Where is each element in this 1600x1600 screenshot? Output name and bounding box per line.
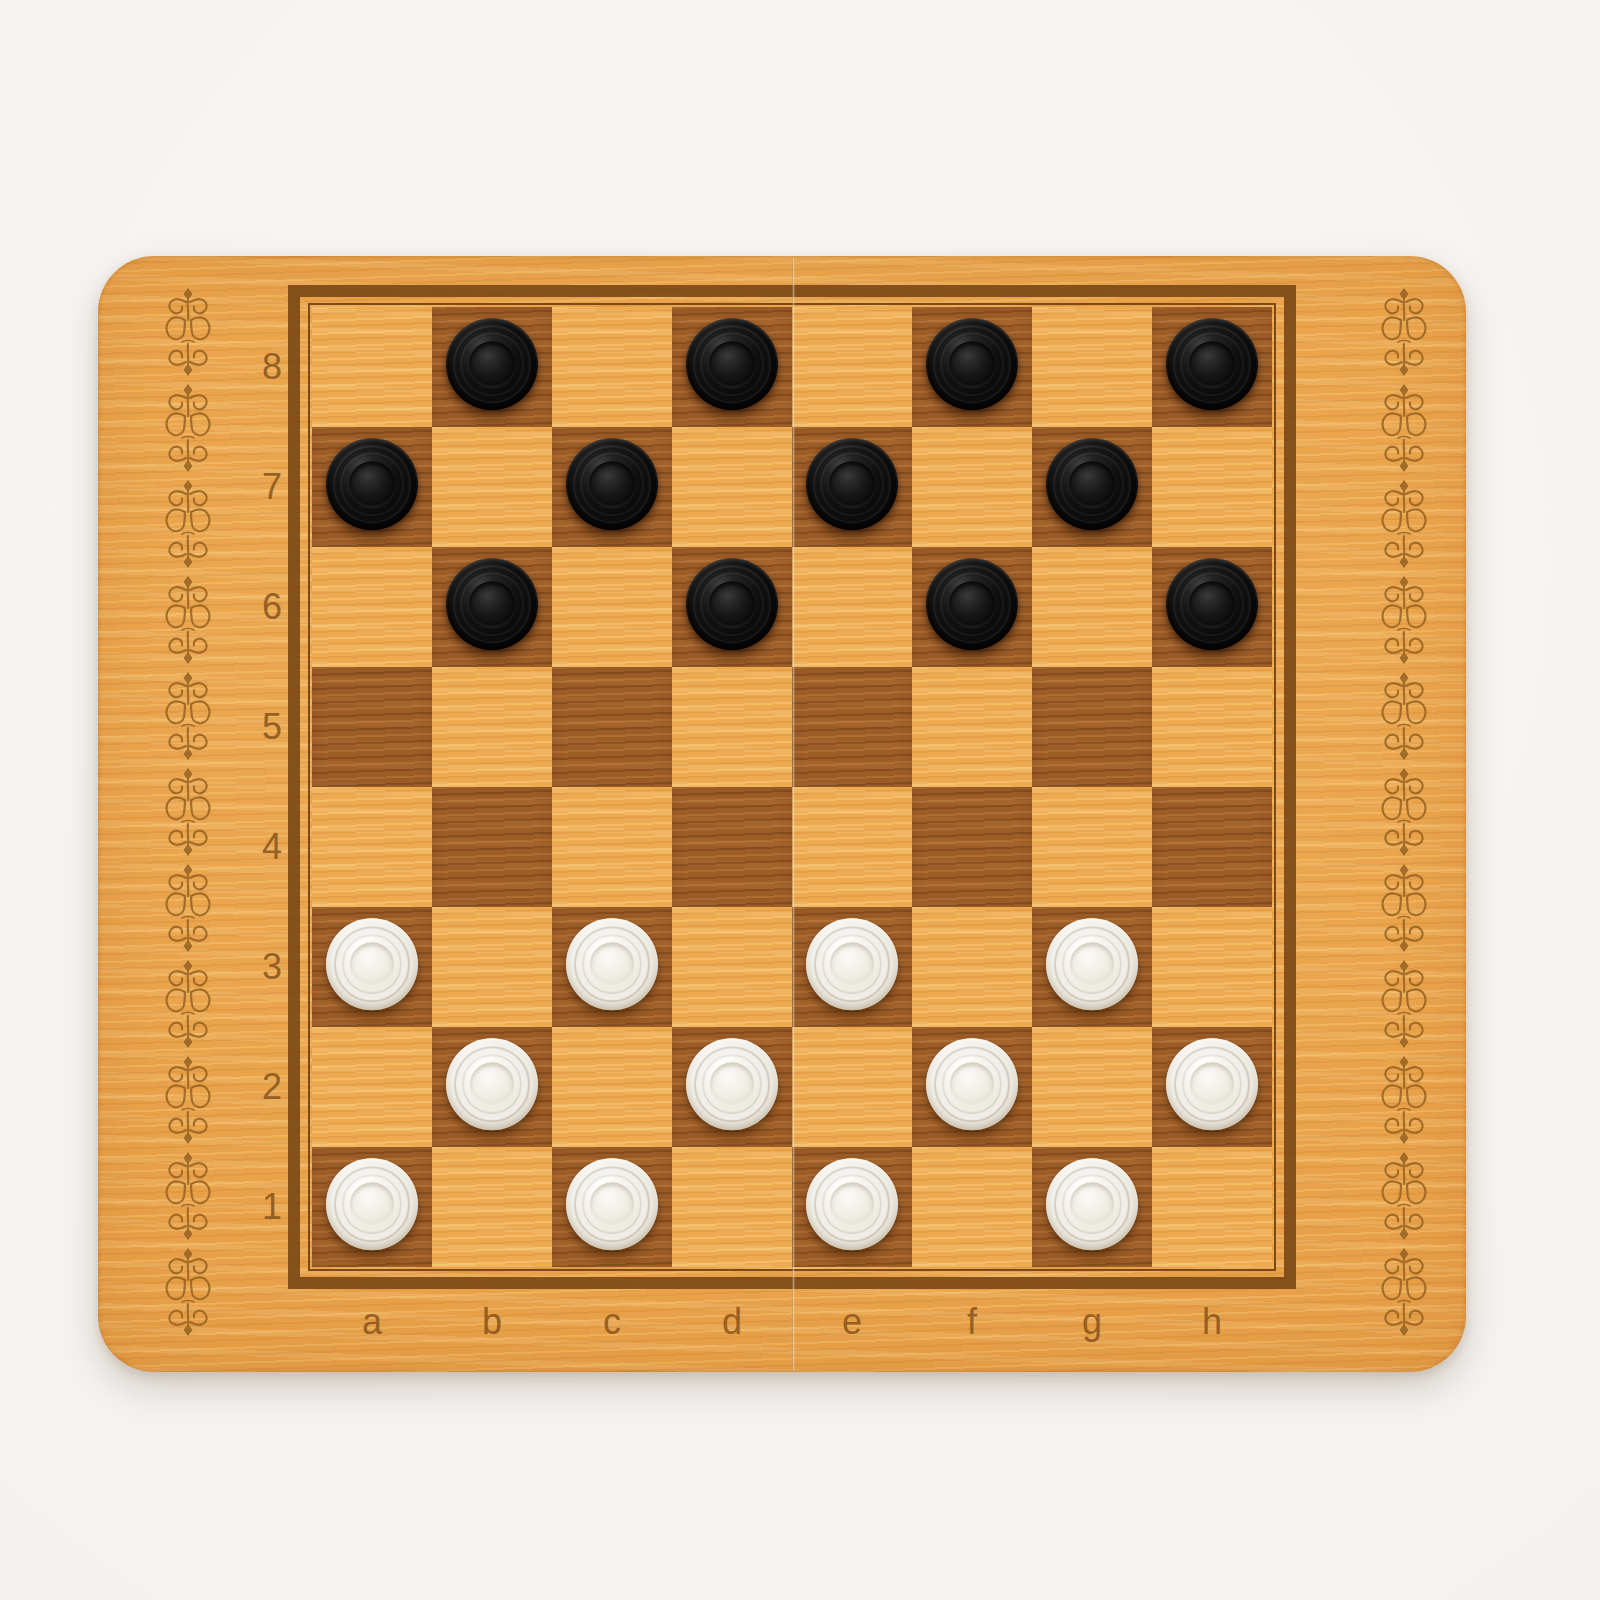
square-g3[interactable] [1032, 907, 1152, 1027]
square-b6[interactable] [432, 547, 552, 667]
file-label-h: h [1152, 1304, 1272, 1340]
square-e2[interactable] [792, 1027, 912, 1147]
square-g8[interactable] [1032, 307, 1152, 427]
piece-white-man[interactable] [326, 1158, 418, 1250]
square-g1[interactable] [1032, 1147, 1152, 1267]
square-h4[interactable] [1152, 787, 1272, 907]
square-f7[interactable] [912, 427, 1032, 547]
piece-white-man[interactable] [686, 1038, 778, 1130]
photo-backdrop: { "game": { "name": "Checkers (draughts)… [0, 0, 1600, 1600]
square-g6[interactable] [1032, 547, 1152, 667]
rank-label-2: 2 [244, 1069, 300, 1105]
piece-black-man[interactable] [926, 318, 1018, 410]
square-e3[interactable] [792, 907, 912, 1027]
square-a2[interactable] [312, 1027, 432, 1147]
rank-label-1: 1 [244, 1189, 300, 1225]
piece-white-man[interactable] [806, 918, 898, 1010]
piece-white-man[interactable] [446, 1038, 538, 1130]
rank-label-7: 7 [244, 469, 300, 505]
square-h3[interactable] [1152, 907, 1272, 1027]
piece-black-man[interactable] [1166, 318, 1258, 410]
square-g4[interactable] [1032, 787, 1152, 907]
square-b7[interactable] [432, 427, 552, 547]
square-b8[interactable] [432, 307, 552, 427]
square-d5[interactable] [672, 667, 792, 787]
file-label-b: b [432, 1304, 552, 1340]
piece-black-man[interactable] [566, 438, 658, 530]
square-a1[interactable] [312, 1147, 432, 1267]
file-label-g: g [1032, 1304, 1152, 1340]
square-h6[interactable] [1152, 547, 1272, 667]
checkers-board: 87654321 abcdefgh [98, 256, 1466, 1372]
square-c1[interactable] [552, 1147, 672, 1267]
square-c2[interactable] [552, 1027, 672, 1147]
square-c4[interactable] [552, 787, 672, 907]
rank-label-5: 5 [244, 709, 300, 745]
file-label-c: c [552, 1304, 672, 1340]
square-e7[interactable] [792, 427, 912, 547]
square-a5[interactable] [312, 667, 432, 787]
square-e1[interactable] [792, 1147, 912, 1267]
square-d8[interactable] [672, 307, 792, 427]
piece-black-man[interactable] [1046, 438, 1138, 530]
square-e8[interactable] [792, 307, 912, 427]
square-f1[interactable] [912, 1147, 1032, 1267]
piece-black-man[interactable] [926, 558, 1018, 650]
rank-label-3: 3 [244, 949, 300, 985]
square-h7[interactable] [1152, 427, 1272, 547]
square-b2[interactable] [432, 1027, 552, 1147]
square-f3[interactable] [912, 907, 1032, 1027]
square-c7[interactable] [552, 427, 672, 547]
square-g2[interactable] [1032, 1027, 1152, 1147]
square-b4[interactable] [432, 787, 552, 907]
file-label-d: d [672, 1304, 792, 1340]
square-b5[interactable] [432, 667, 552, 787]
square-h8[interactable] [1152, 307, 1272, 427]
square-b1[interactable] [432, 1147, 552, 1267]
square-c6[interactable] [552, 547, 672, 667]
piece-white-man[interactable] [1166, 1038, 1258, 1130]
square-e6[interactable] [792, 547, 912, 667]
rank-label-4: 4 [244, 829, 300, 865]
file-label-f: f [912, 1304, 1032, 1340]
square-c3[interactable] [552, 907, 672, 1027]
square-d7[interactable] [672, 427, 792, 547]
square-g7[interactable] [1032, 427, 1152, 547]
piece-black-man[interactable] [326, 438, 418, 530]
square-a6[interactable] [312, 547, 432, 667]
square-d3[interactable] [672, 907, 792, 1027]
square-e4[interactable] [792, 787, 912, 907]
square-f5[interactable] [912, 667, 1032, 787]
rank-label-6: 6 [244, 589, 300, 625]
square-g5[interactable] [1032, 667, 1152, 787]
piece-white-man[interactable] [926, 1038, 1018, 1130]
square-f2[interactable] [912, 1027, 1032, 1147]
piece-black-man[interactable] [686, 558, 778, 650]
square-a7[interactable] [312, 427, 432, 547]
board-fold-seam [792, 258, 795, 1370]
piece-black-man[interactable] [686, 318, 778, 410]
square-h2[interactable] [1152, 1027, 1272, 1147]
square-e5[interactable] [792, 667, 912, 787]
square-a4[interactable] [312, 787, 432, 907]
piece-white-man[interactable] [806, 1158, 898, 1250]
square-a8[interactable] [312, 307, 432, 427]
rank-label-8: 8 [244, 349, 300, 385]
square-h1[interactable] [1152, 1147, 1272, 1267]
square-f6[interactable] [912, 547, 1032, 667]
square-h5[interactable] [1152, 667, 1272, 787]
ornament-right-filigree [1378, 286, 1430, 1342]
ornament-left-filigree [162, 286, 214, 1342]
square-c5[interactable] [552, 667, 672, 787]
piece-white-man[interactable] [566, 918, 658, 1010]
piece-black-man[interactable] [446, 558, 538, 650]
square-a3[interactable] [312, 907, 432, 1027]
square-c8[interactable] [552, 307, 672, 427]
piece-black-man[interactable] [1166, 558, 1258, 650]
square-f4[interactable] [912, 787, 1032, 907]
piece-white-man[interactable] [1046, 918, 1138, 1010]
piece-black-man[interactable] [446, 318, 538, 410]
square-d2[interactable] [672, 1027, 792, 1147]
piece-white-man[interactable] [1046, 1158, 1138, 1250]
piece-white-man[interactable] [566, 1158, 658, 1250]
piece-white-man[interactable] [326, 918, 418, 1010]
square-d1[interactable] [672, 1147, 792, 1267]
square-f8[interactable] [912, 307, 1032, 427]
square-d6[interactable] [672, 547, 792, 667]
square-b3[interactable] [432, 907, 552, 1027]
file-label-a: a [312, 1304, 432, 1340]
square-d4[interactable] [672, 787, 792, 907]
file-label-e: e [792, 1304, 912, 1340]
piece-black-man[interactable] [806, 438, 898, 530]
